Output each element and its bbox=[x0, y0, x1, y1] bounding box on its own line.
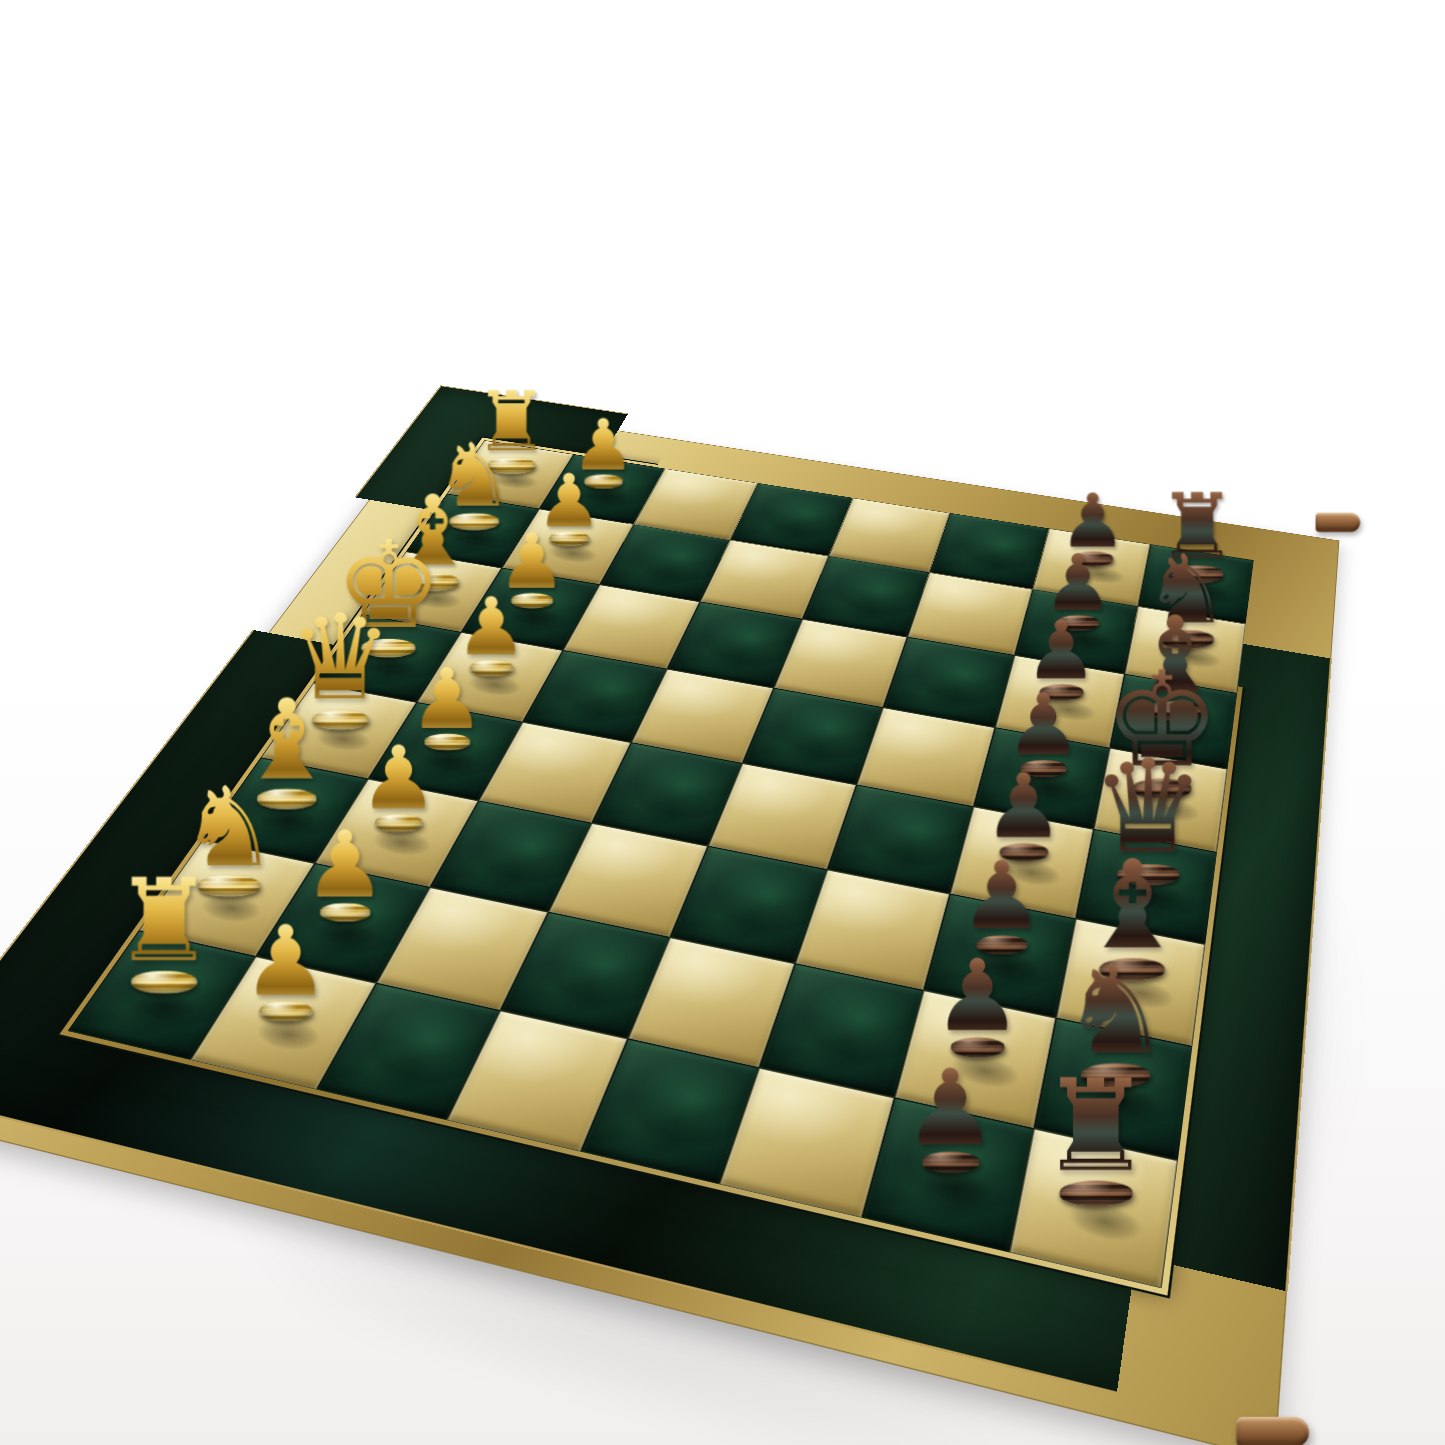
piece-figure: ♟ bbox=[932, 946, 1021, 1057]
volute-scroll-icon bbox=[1235, 1416, 1308, 1445]
pawn-glyph-icon: ♟ bbox=[902, 1054, 996, 1159]
chess-board: ♜♟♟♜♞♟♟♞♝♟♟♝♚♟♟♚♛♟♟♛♝♟♟♝♞♟♟♞♜♟♟♜ bbox=[0, 386, 1339, 1430]
board-grid: ♜♟♟♜♞♟♟♞♝♟♟♝♚♟♟♚♛♟♟♛♝♟♟♝♞♟♟♞♜♟♟♜ bbox=[59, 437, 1258, 1295]
pawn-glyph-icon: ♟ bbox=[983, 761, 1063, 850]
pawn-glyph-icon: ♟ bbox=[241, 911, 328, 1008]
piece-figure: ♟ bbox=[902, 1054, 996, 1171]
piece-figure: ♟ bbox=[241, 911, 328, 1020]
ionic-foot-icon bbox=[1235, 1416, 1308, 1445]
scene: ♜♟♟♜♞♟♟♞♝♟♟♝♚♟♟♚♛♟♟♛♝♟♟♝♞♟♟♞♜♟♟♜ bbox=[0, 0, 1445, 1445]
piece-figure: ♟ bbox=[959, 848, 1043, 953]
piece-drum-base bbox=[130, 970, 196, 993]
piece-drum-base bbox=[258, 1000, 311, 1020]
rook-glyph-icon: ♜ bbox=[112, 864, 214, 978]
product-photo: ♜♟♟♜♞♟♟♞♝♟♟♝♚♟♟♚♛♟♟♛♝♟♟♝♞♟♟♞♜♟♟♜ bbox=[0, 0, 1445, 1445]
pawn-glyph-icon: ♟ bbox=[932, 946, 1021, 1045]
piece-figure: ♜ bbox=[1038, 1062, 1152, 1205]
pawn-glyph-icon: ♟ bbox=[959, 848, 1043, 942]
piece-figure: ♜ bbox=[112, 864, 214, 993]
pawn-glyph-icon: ♟ bbox=[303, 817, 386, 909]
piece-drum-base bbox=[1058, 1179, 1131, 1204]
rook-glyph-icon: ♜ bbox=[1038, 1062, 1152, 1189]
pawn-glyph-icon: ♟ bbox=[358, 733, 437, 821]
